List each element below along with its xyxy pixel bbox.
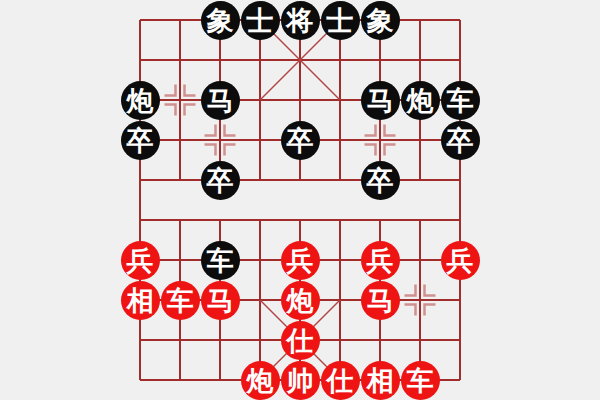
piece-black-cannon[interactable]: 炮 — [401, 81, 440, 120]
piece-red-soldier[interactable]: 兵 — [281, 241, 320, 280]
piece-black-horse[interactable]: 马 — [361, 81, 400, 120]
piece-black-soldier[interactable]: 卒 — [361, 161, 400, 200]
piece-red-advisor[interactable]: 仕 — [281, 321, 320, 360]
piece-red-soldier[interactable]: 兵 — [361, 241, 400, 280]
piece-red-advisor[interactable]: 仕 — [321, 361, 360, 400]
piece-black-advisor[interactable]: 士 — [241, 1, 280, 40]
piece-red-chariot[interactable]: 车 — [401, 361, 440, 400]
piece-red-soldier[interactable]: 兵 — [121, 241, 160, 280]
piece-black-cannon[interactable]: 炮 — [121, 81, 160, 120]
piece-black-horse[interactable]: 马 — [201, 81, 240, 120]
xiangqi-board: 象士将士象炮马马炮车卒卒卒卒卒兵车兵兵兵相车马炮马仕炮帅仕相车 — [0, 0, 600, 400]
piece-red-cannon[interactable]: 炮 — [281, 281, 320, 320]
piece-black-elephant[interactable]: 象 — [361, 1, 400, 40]
piece-black-chariot[interactable]: 车 — [441, 81, 480, 120]
pieces-layer: 象士将士象炮马马炮车卒卒卒卒卒兵车兵兵兵相车马炮马仕炮帅仕相车 — [0, 0, 600, 400]
piece-red-cannon[interactable]: 炮 — [241, 361, 280, 400]
piece-black-general[interactable]: 将 — [281, 1, 320, 40]
piece-black-soldier[interactable]: 卒 — [121, 121, 160, 160]
piece-black-soldier[interactable]: 卒 — [281, 121, 320, 160]
piece-red-general[interactable]: 帅 — [281, 361, 320, 400]
piece-red-horse[interactable]: 马 — [201, 281, 240, 320]
piece-black-soldier[interactable]: 卒 — [201, 161, 240, 200]
piece-black-advisor[interactable]: 士 — [321, 1, 360, 40]
piece-red-elephant[interactable]: 相 — [361, 361, 400, 400]
piece-red-elephant[interactable]: 相 — [121, 281, 160, 320]
piece-red-soldier[interactable]: 兵 — [441, 241, 480, 280]
piece-black-soldier[interactable]: 卒 — [441, 121, 480, 160]
piece-black-elephant[interactable]: 象 — [201, 1, 240, 40]
piece-black-chariot[interactable]: 车 — [201, 241, 240, 280]
piece-red-chariot[interactable]: 车 — [161, 281, 200, 320]
piece-red-horse[interactable]: 马 — [361, 281, 400, 320]
